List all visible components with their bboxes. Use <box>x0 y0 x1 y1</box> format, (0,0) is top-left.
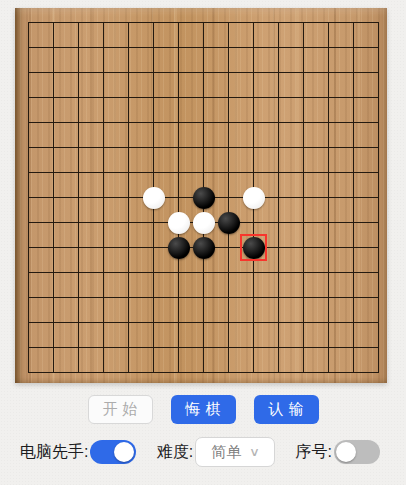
black-stone <box>168 237 190 259</box>
board-cell[interactable] <box>66 210 91 235</box>
board-cell[interactable] <box>166 310 191 335</box>
board-cell[interactable] <box>91 185 116 210</box>
board-cell[interactable] <box>341 135 366 160</box>
difficulty-select[interactable]: 简单 ∨ <box>195 437 275 467</box>
board-cell[interactable] <box>216 160 241 185</box>
board-cell[interactable] <box>341 160 366 185</box>
computer-first-group: 电脑先手: <box>20 440 136 464</box>
board-cell[interactable] <box>266 335 291 360</box>
board-cell[interactable] <box>241 185 266 210</box>
board-cell[interactable] <box>366 185 391 210</box>
board-cell[interactable] <box>91 60 116 85</box>
board-cell[interactable] <box>66 135 91 160</box>
board-cell[interactable] <box>216 235 241 260</box>
board-cell[interactable] <box>41 185 66 210</box>
board-cell[interactable] <box>316 360 341 385</box>
board-cell[interactable] <box>216 360 241 385</box>
last-move-marker <box>240 234 267 261</box>
board-cell[interactable] <box>166 185 191 210</box>
board-cell[interactable] <box>366 110 391 135</box>
board-cell[interactable] <box>141 35 166 60</box>
board-cell[interactable] <box>141 10 166 35</box>
board-cell[interactable] <box>266 310 291 335</box>
board-cell[interactable] <box>41 335 66 360</box>
white-stone <box>193 212 215 234</box>
board-cell[interactable] <box>116 60 141 85</box>
board-cell[interactable] <box>291 285 316 310</box>
board-cell[interactable] <box>91 235 116 260</box>
board-cell[interactable] <box>316 285 341 310</box>
board-cell[interactable] <box>116 135 141 160</box>
board-cell[interactable] <box>166 260 191 285</box>
board-cell[interactable] <box>266 360 291 385</box>
board-cell[interactable] <box>41 360 66 385</box>
board-cell[interactable] <box>66 310 91 335</box>
board-cell[interactable] <box>341 260 366 285</box>
board-cell[interactable] <box>191 10 216 35</box>
computer-first-label: 电脑先手: <box>20 442 88 463</box>
board-cell[interactable] <box>91 260 116 285</box>
board-cell[interactable] <box>316 160 341 185</box>
board-cell[interactable] <box>266 110 291 135</box>
resign-button-label: 认输 <box>269 400 309 419</box>
undo-button-label: 悔棋 <box>186 400 226 419</box>
board-cell[interactable] <box>191 285 216 310</box>
board-cell[interactable] <box>366 210 391 235</box>
white-stone <box>243 187 265 209</box>
board-cell[interactable] <box>166 160 191 185</box>
board-cell[interactable] <box>141 60 166 85</box>
board-cell[interactable] <box>141 260 166 285</box>
board-cell[interactable] <box>316 135 341 160</box>
board-cell[interactable] <box>241 260 266 285</box>
board-cell[interactable] <box>241 160 266 185</box>
board-cell[interactable] <box>141 85 166 110</box>
board-cell[interactable] <box>366 335 391 360</box>
board-cell[interactable] <box>166 135 191 160</box>
white-stone <box>143 187 165 209</box>
board-cell[interactable] <box>241 85 266 110</box>
board-cell[interactable] <box>116 210 141 235</box>
chevron-down-icon: ∨ <box>249 445 260 459</box>
board-cell[interactable] <box>191 360 216 385</box>
board-cell[interactable] <box>66 110 91 135</box>
difficulty-value: 简单 <box>211 443 241 462</box>
board-cell[interactable] <box>141 110 166 135</box>
board-cell[interactable] <box>191 185 216 210</box>
board-cell[interactable] <box>241 335 266 360</box>
board-cell[interactable] <box>191 110 216 135</box>
board-cell[interactable] <box>266 60 291 85</box>
board-cell[interactable] <box>366 35 391 60</box>
black-stone <box>193 187 215 209</box>
board-cell[interactable] <box>41 285 66 310</box>
board-cell[interactable] <box>16 285 41 310</box>
board-cell[interactable] <box>341 60 366 85</box>
board-grid[interactable] <box>16 10 391 385</box>
board-cell[interactable] <box>316 310 341 335</box>
gomoku-app: 开始 悔棋 认输 电脑先手: 难度: 简单 ∨ 序号: <box>0 0 406 485</box>
board-cell[interactable] <box>141 360 166 385</box>
board-cell[interactable] <box>366 85 391 110</box>
board-cell[interactable] <box>191 310 216 335</box>
board-cell[interactable] <box>91 360 116 385</box>
board-cell[interactable] <box>291 360 316 385</box>
board-cell[interactable] <box>166 210 191 235</box>
black-stone <box>193 237 215 259</box>
board-cell[interactable] <box>266 235 291 260</box>
board-cell[interactable] <box>91 110 116 135</box>
board-cell[interactable] <box>266 35 291 60</box>
toggle-knob <box>336 442 356 462</box>
board-cell[interactable] <box>41 310 66 335</box>
board-cell[interactable] <box>166 335 191 360</box>
board-cell[interactable] <box>191 35 216 60</box>
board-cell[interactable] <box>116 10 141 35</box>
action-buttons: 开始 悔棋 认输 <box>0 395 406 424</box>
board-cell[interactable] <box>266 210 291 235</box>
board-cell[interactable] <box>141 210 166 235</box>
board-cell[interactable] <box>16 210 41 235</box>
board-cell[interactable] <box>291 310 316 335</box>
board-cell[interactable] <box>66 185 91 210</box>
board-cell[interactable] <box>91 85 116 110</box>
board-cell[interactable] <box>341 310 366 335</box>
board-cell[interactable] <box>216 210 241 235</box>
board-cell[interactable] <box>316 85 341 110</box>
board-cell[interactable] <box>66 260 91 285</box>
board-cell[interactable] <box>291 60 316 85</box>
board-cell[interactable] <box>16 235 41 260</box>
board-cell[interactable] <box>266 260 291 285</box>
board-cell[interactable] <box>141 235 166 260</box>
board-cell[interactable] <box>316 60 341 85</box>
board-cell[interactable] <box>41 10 66 35</box>
numbering-toggle[interactable] <box>334 440 380 464</box>
board-cell[interactable] <box>316 35 341 60</box>
board-cell[interactable] <box>241 110 266 135</box>
board-cell[interactable] <box>341 110 366 135</box>
board-cell[interactable] <box>66 10 91 35</box>
board-cell[interactable] <box>116 110 141 135</box>
board-cell[interactable] <box>241 60 266 85</box>
board-cell[interactable] <box>16 185 41 210</box>
board-cell[interactable] <box>291 35 316 60</box>
board-cell[interactable] <box>216 135 241 160</box>
board-cell[interactable] <box>66 85 91 110</box>
settings-bar: 电脑先手: 难度: 简单 ∨ 序号: <box>0 437 406 467</box>
board-cell[interactable] <box>91 160 116 185</box>
board-cell[interactable] <box>266 135 291 160</box>
numbering-group: 序号: <box>296 440 380 464</box>
board-cell[interactable] <box>316 235 341 260</box>
board-cell[interactable] <box>191 135 216 160</box>
board-cell[interactable] <box>116 360 141 385</box>
board-cell[interactable] <box>166 60 191 85</box>
board-cell[interactable] <box>241 135 266 160</box>
board-cell[interactable] <box>116 310 141 335</box>
board-cell[interactable] <box>16 110 41 135</box>
board-cell[interactable] <box>166 285 191 310</box>
board-cell[interactable] <box>241 285 266 310</box>
board-cell[interactable] <box>341 85 366 110</box>
board-cell[interactable] <box>91 310 116 335</box>
board-cell[interactable] <box>191 335 216 360</box>
board-cell[interactable] <box>216 60 241 85</box>
board-cell[interactable] <box>16 360 41 385</box>
board-cell[interactable] <box>291 10 316 35</box>
board-cell[interactable] <box>241 10 266 35</box>
board-cell[interactable] <box>241 210 266 235</box>
board-cell[interactable] <box>41 85 66 110</box>
board-cell[interactable] <box>66 35 91 60</box>
board-cell[interactable] <box>41 235 66 260</box>
board-cell[interactable] <box>141 135 166 160</box>
board-cell[interactable] <box>241 360 266 385</box>
board-cell[interactable] <box>116 235 141 260</box>
board-cell[interactable] <box>16 260 41 285</box>
board-cell[interactable] <box>166 360 191 385</box>
resign-button[interactable]: 认输 <box>254 395 319 424</box>
board-cell[interactable] <box>166 10 191 35</box>
board-cell[interactable] <box>316 335 341 360</box>
board-cell[interactable] <box>341 35 366 60</box>
board-cell[interactable] <box>141 310 166 335</box>
board-cell[interactable] <box>291 335 316 360</box>
undo-button[interactable]: 悔棋 <box>171 395 236 424</box>
board-cell[interactable] <box>216 260 241 285</box>
board-cell[interactable] <box>191 210 216 235</box>
black-stone <box>218 212 240 234</box>
toggle-knob <box>114 442 134 462</box>
start-button[interactable]: 开始 <box>88 395 153 424</box>
board-cell[interactable] <box>91 335 116 360</box>
board-cell[interactable] <box>16 135 41 160</box>
board-cell[interactable] <box>216 10 241 35</box>
board-cell[interactable] <box>91 135 116 160</box>
board-cell[interactable] <box>191 235 216 260</box>
board-cell[interactable] <box>341 185 366 210</box>
board-cell[interactable] <box>91 285 116 310</box>
board-cell[interactable] <box>291 135 316 160</box>
board-cell[interactable] <box>191 85 216 110</box>
board-cell[interactable] <box>291 160 316 185</box>
board-cell[interactable] <box>341 285 366 310</box>
board-cell[interactable] <box>91 10 116 35</box>
board-cell[interactable] <box>41 210 66 235</box>
board-cell[interactable] <box>366 260 391 285</box>
board-cell[interactable] <box>216 35 241 60</box>
board-cell[interactable] <box>116 335 141 360</box>
board-cell[interactable] <box>191 60 216 85</box>
board-cell[interactable] <box>366 360 391 385</box>
board-cell[interactable] <box>191 260 216 285</box>
board-cell[interactable] <box>241 235 266 260</box>
board-cell[interactable] <box>341 235 366 260</box>
board-cell[interactable] <box>216 310 241 335</box>
board-cell[interactable] <box>16 335 41 360</box>
white-stone <box>168 212 190 234</box>
board-cell[interactable] <box>216 185 241 210</box>
board-cell[interactable] <box>141 185 166 210</box>
board-cell[interactable] <box>291 210 316 235</box>
board-cell[interactable] <box>266 10 291 35</box>
board-cell[interactable] <box>16 10 41 35</box>
board-cell[interactable] <box>266 285 291 310</box>
board-cell[interactable] <box>16 310 41 335</box>
board-cell[interactable] <box>66 360 91 385</box>
board-cell[interactable] <box>316 110 341 135</box>
board-cell[interactable] <box>316 210 341 235</box>
board-cell[interactable] <box>216 85 241 110</box>
board-cell[interactable] <box>41 35 66 60</box>
board-cell[interactable] <box>116 160 141 185</box>
board-cell[interactable] <box>316 260 341 285</box>
board-cell[interactable] <box>66 60 91 85</box>
board-cell[interactable] <box>366 135 391 160</box>
board-cell[interactable] <box>291 110 316 135</box>
board-cell[interactable] <box>366 310 391 335</box>
board-cell[interactable] <box>116 35 141 60</box>
board-cell[interactable] <box>241 35 266 60</box>
board-cell[interactable] <box>366 235 391 260</box>
board-cell[interactable] <box>66 160 91 185</box>
board-cell[interactable] <box>341 210 366 235</box>
board-cell[interactable] <box>41 160 66 185</box>
board-cell[interactable] <box>166 85 191 110</box>
difficulty-group: 难度: 简单 ∨ <box>157 437 275 467</box>
difficulty-label: 难度: <box>157 442 193 463</box>
board-cell[interactable] <box>166 110 191 135</box>
board-cell[interactable] <box>91 35 116 60</box>
board-cell[interactable] <box>141 335 166 360</box>
board-cell[interactable] <box>16 85 41 110</box>
board-cell[interactable] <box>316 10 341 35</box>
board-cell[interactable] <box>16 60 41 85</box>
board-cell[interactable] <box>266 185 291 210</box>
gomoku-board <box>15 8 387 383</box>
board-cell[interactable] <box>341 360 366 385</box>
board-cell[interactable] <box>366 60 391 85</box>
board-cell[interactable] <box>291 235 316 260</box>
board-cell[interactable] <box>116 185 141 210</box>
board-cell[interactable] <box>66 285 91 310</box>
board-cell[interactable] <box>116 285 141 310</box>
board-cell[interactable] <box>16 160 41 185</box>
board-cell[interactable] <box>291 185 316 210</box>
board-cell[interactable] <box>366 160 391 185</box>
board-cell[interactable] <box>191 160 216 185</box>
board-cell[interactable] <box>41 260 66 285</box>
board-cell[interactable] <box>141 285 166 310</box>
board-cell[interactable] <box>41 60 66 85</box>
board-cell[interactable] <box>66 335 91 360</box>
board-cell[interactable] <box>16 35 41 60</box>
board-cell[interactable] <box>216 335 241 360</box>
board-cell[interactable] <box>116 260 141 285</box>
board-cell[interactable] <box>166 235 191 260</box>
board-cell[interactable] <box>366 10 391 35</box>
board-cell[interactable] <box>291 85 316 110</box>
board-cell[interactable] <box>41 135 66 160</box>
board-cell[interactable] <box>66 235 91 260</box>
board-cell[interactable] <box>116 85 141 110</box>
board-cell[interactable] <box>266 160 291 185</box>
board-cell[interactable] <box>41 110 66 135</box>
board-cell[interactable] <box>341 335 366 360</box>
board-cell[interactable] <box>316 185 341 210</box>
board-cell[interactable] <box>291 260 316 285</box>
board-cell[interactable] <box>216 285 241 310</box>
computer-first-toggle[interactable] <box>90 440 136 464</box>
board-cell[interactable] <box>241 310 266 335</box>
board-cell[interactable] <box>166 35 191 60</box>
board-cell[interactable] <box>266 85 291 110</box>
board-cell[interactable] <box>91 210 116 235</box>
board-cell[interactable] <box>366 285 391 310</box>
board-cell[interactable] <box>341 10 366 35</box>
start-button-label: 开始 <box>103 400 143 419</box>
board-cell[interactable] <box>216 110 241 135</box>
board-cell[interactable] <box>141 160 166 185</box>
numbering-label: 序号: <box>296 442 332 463</box>
